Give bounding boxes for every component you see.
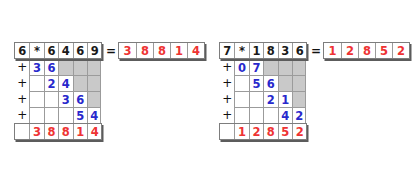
product-digit: 8: [153, 43, 170, 58]
multiplicand-cell: 6: [292, 43, 306, 58]
empty-cell: [29, 107, 43, 123]
partial-product-row: +42: [219, 107, 307, 123]
product-digit: 8: [136, 43, 153, 58]
partial-product-digit: 3: [58, 91, 72, 107]
times-sign: *: [29, 43, 43, 58]
partial-product-row: +07: [219, 59, 307, 75]
empty-cell: [249, 91, 263, 107]
sum-digit: 1: [234, 124, 248, 139]
empty-cell: [249, 107, 263, 123]
sum-digit: 1: [73, 124, 87, 139]
multiplication-grid: 7*1836+07+56+21+4212852: [219, 42, 307, 140]
empty-cell: [234, 107, 248, 123]
partial-product-digit: 5: [249, 75, 263, 91]
empty-cell: [234, 75, 248, 91]
blocked-cell: [73, 59, 87, 75]
multiplication-worksheet: 6*6469+36+24+36+5438814=38814 7*1836+07+…: [0, 0, 414, 180]
empty-cell: [15, 124, 29, 139]
multiplicand-cell: 9: [87, 43, 101, 58]
product-digit: 1: [170, 43, 187, 58]
sum-digit: 8: [263, 124, 277, 139]
partial-product-digit: 7: [249, 59, 263, 75]
multiplicand-cell: 6: [44, 43, 58, 58]
multiplicand-cell: 1: [249, 43, 263, 58]
partial-product-digit: 4: [58, 75, 72, 91]
multiplicand-cell: 4: [58, 43, 72, 58]
multiplier-cell: 7: [220, 43, 234, 58]
plus-sign: +: [220, 91, 234, 107]
times-sign: *: [234, 43, 248, 58]
partial-product-row: +54: [14, 107, 102, 123]
sum-digit: 2: [292, 124, 306, 139]
partial-product-digit: 5: [73, 107, 87, 123]
sum-digit: 4: [87, 124, 101, 139]
empty-cell: [220, 124, 234, 139]
plus-sign: +: [15, 107, 29, 123]
empty-cell: [44, 91, 58, 107]
blocked-cell: [58, 59, 72, 75]
partial-product-digit: 6: [44, 59, 58, 75]
multiplication-grid: 6*6469+36+24+36+5438814: [14, 42, 102, 140]
partial-product-row: +36: [14, 59, 102, 75]
blocked-cell: [263, 59, 277, 75]
blocked-cell: [292, 59, 306, 75]
partial-product-digit: 6: [73, 91, 87, 107]
sum-digit: 5: [278, 124, 292, 139]
blocked-cell: [73, 75, 87, 91]
partial-product-row: +36: [14, 91, 102, 107]
partial-product-row: +56: [219, 75, 307, 91]
blocked-cell: [278, 59, 292, 75]
multiplicand-cell: 8: [263, 43, 277, 58]
empty-cell: [263, 107, 277, 123]
plus-sign: +: [15, 75, 29, 91]
empty-cell: [44, 107, 58, 123]
product-digit: 2: [341, 43, 358, 58]
empty-cell: [58, 107, 72, 123]
plus-sign: +: [220, 75, 234, 91]
blocked-cell: [87, 75, 101, 91]
sum-row: 38814: [14, 123, 102, 140]
plus-sign: +: [220, 59, 234, 75]
empty-cell: [234, 91, 248, 107]
sum-digit: 8: [44, 124, 58, 139]
multiplicand-cell: 3: [278, 43, 292, 58]
header-row: 7*1836: [219, 42, 307, 59]
blocked-cell: [292, 75, 306, 91]
product-digit: 3: [119, 43, 136, 58]
partial-product-digit: 4: [87, 107, 101, 123]
product-row: 38814: [118, 42, 205, 59]
multiplier-cell: 6: [15, 43, 29, 58]
sum-digit: 3: [29, 124, 43, 139]
partial-product-row: +24: [14, 75, 102, 91]
product-digit: 2: [392, 43, 409, 58]
sum-digit: 8: [58, 124, 72, 139]
blocked-cell: [87, 59, 101, 75]
product-digit: 4: [187, 43, 204, 58]
partial-product-digit: 6: [263, 75, 277, 91]
plus-sign: +: [15, 59, 29, 75]
empty-cell: [29, 75, 43, 91]
product-row: 12852: [323, 42, 410, 59]
partial-product-digit: 2: [44, 75, 58, 91]
puzzle-right: 7*1836+07+56+21+4212852=12852: [219, 42, 307, 140]
plus-sign: +: [220, 107, 234, 123]
product-digit: 1: [324, 43, 341, 58]
equals-sign: =: [105, 42, 117, 59]
partial-product-digit: 3: [29, 59, 43, 75]
partial-product-digit: 2: [263, 91, 277, 107]
multiplicand-cell: 6: [73, 43, 87, 58]
blocked-cell: [278, 75, 292, 91]
equals-sign: =: [310, 42, 322, 59]
blocked-cell: [87, 91, 101, 107]
partial-product-row: +21: [219, 91, 307, 107]
header-row: 6*6469: [14, 42, 102, 59]
plus-sign: +: [15, 91, 29, 107]
product-digit: 8: [358, 43, 375, 58]
puzzle-left: 6*6469+36+24+36+5438814=38814: [14, 42, 102, 140]
partial-product-digit: 4: [278, 107, 292, 123]
partial-product-digit: 0: [234, 59, 248, 75]
sum-row: 12852: [219, 123, 307, 140]
partial-product-digit: 2: [292, 107, 306, 123]
blocked-cell: [292, 91, 306, 107]
empty-cell: [29, 91, 43, 107]
product-digit: 5: [375, 43, 392, 58]
sum-digit: 2: [249, 124, 263, 139]
partial-product-digit: 1: [278, 91, 292, 107]
